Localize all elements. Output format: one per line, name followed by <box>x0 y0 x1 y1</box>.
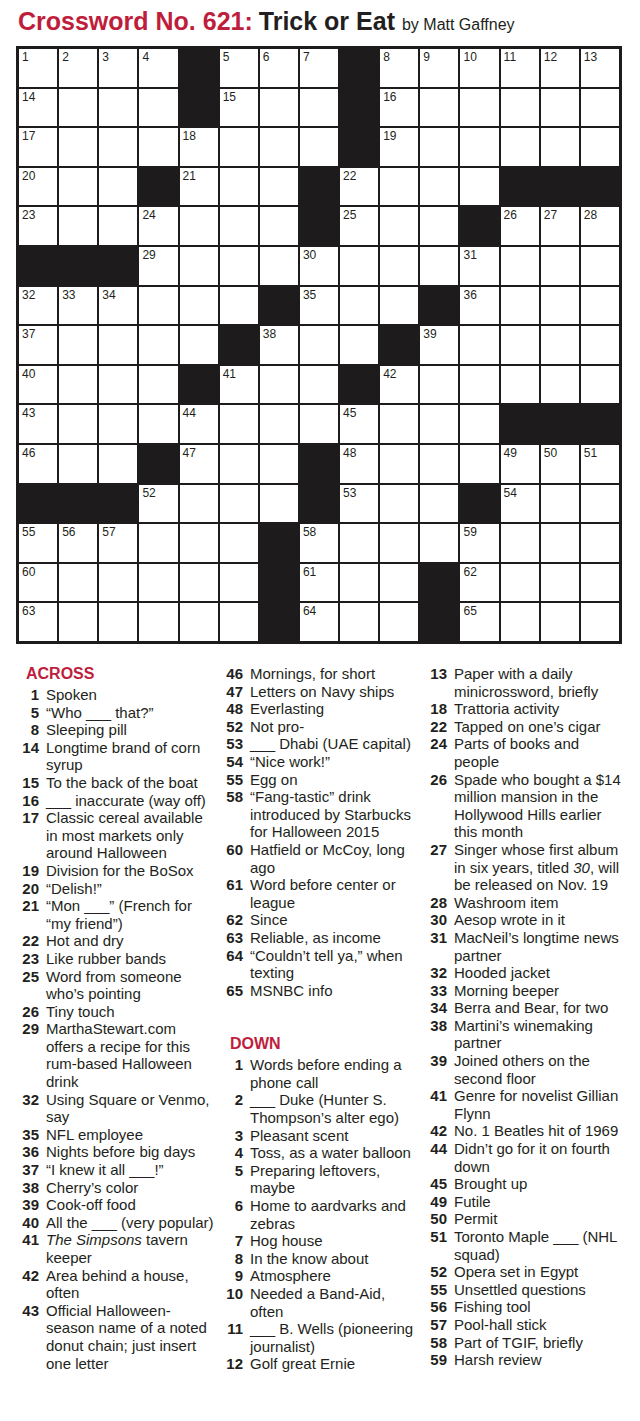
cell-number: 3 <box>102 51 109 63</box>
clue-text: Preparing leftovers, maybe <box>250 1162 421 1197</box>
white-square[interactable]: 17 <box>19 128 57 166</box>
white-square[interactable] <box>180 485 218 523</box>
white-square[interactable]: 5 <box>220 49 258 87</box>
clue-text: Harsh review <box>454 1351 625 1369</box>
white-square[interactable] <box>581 326 619 364</box>
white-square[interactable] <box>99 128 137 166</box>
clue-down-10: 10Needed a Band-Aid, often <box>222 1285 421 1320</box>
clue-number: 47 <box>222 683 243 701</box>
white-square[interactable] <box>501 128 539 166</box>
cell-number: 53 <box>343 487 356 499</box>
clue-text: Golf great Ernie <box>250 1355 421 1373</box>
white-square[interactable] <box>340 564 378 602</box>
white-square[interactable]: 23 <box>19 207 57 245</box>
cell-number: 54 <box>504 487 517 499</box>
white-square[interactable] <box>541 524 579 562</box>
white-square[interactable] <box>59 564 97 602</box>
clue-number: 52 <box>222 718 243 736</box>
clue-across-26: 26Tiny touch <box>18 1003 217 1021</box>
clue-text: Classic cereal available in most markets… <box>46 809 217 862</box>
cell-number: 30 <box>303 249 316 261</box>
black-square <box>340 128 378 166</box>
clue-text: Futile <box>454 1193 625 1211</box>
white-square[interactable] <box>541 485 579 523</box>
white-square[interactable]: 46 <box>19 445 57 483</box>
white-square[interactable]: 16 <box>380 89 418 127</box>
clue-text: Trattoria activity <box>454 700 625 718</box>
white-square[interactable]: 8 <box>380 49 418 87</box>
clue-text: Division for the BoSox <box>46 862 217 880</box>
white-square[interactable] <box>380 207 418 245</box>
white-square[interactable]: 38 <box>260 326 298 364</box>
clue-number: 55 <box>426 1281 447 1299</box>
cell-number: 62 <box>463 566 476 578</box>
white-square[interactable] <box>180 207 218 245</box>
white-square[interactable]: 62 <box>460 564 498 602</box>
white-square[interactable] <box>420 366 458 404</box>
white-square[interactable] <box>220 603 258 641</box>
white-square[interactable]: 35 <box>300 287 338 325</box>
white-square[interactable] <box>541 326 579 364</box>
white-square[interactable] <box>99 445 137 483</box>
white-square[interactable] <box>541 564 579 602</box>
white-square[interactable]: 52 <box>139 485 177 523</box>
white-square[interactable] <box>139 524 177 562</box>
white-square[interactable] <box>380 405 418 443</box>
white-square[interactable]: 7 <box>300 49 338 87</box>
white-square[interactable]: 25 <box>340 207 378 245</box>
white-square[interactable]: 2 <box>59 49 97 87</box>
clue-text: Tapped on one’s cigar <box>454 718 625 736</box>
white-square[interactable]: 42 <box>380 366 418 404</box>
white-square[interactable] <box>581 366 619 404</box>
clue-down-8: 8In the know about <box>222 1250 421 1268</box>
clue-down-28: 28Washroom item <box>426 894 625 912</box>
white-square[interactable] <box>501 564 539 602</box>
clue-text: Toss, as a water balloon <box>250 1144 421 1162</box>
clue-number: 41 <box>426 1087 447 1122</box>
white-square[interactable]: 9 <box>420 49 458 87</box>
white-square[interactable] <box>139 326 177 364</box>
white-square[interactable] <box>581 128 619 166</box>
cell-number: 27 <box>544 209 557 221</box>
clue-text: Letters on Navy ships <box>250 683 421 701</box>
white-square[interactable] <box>220 207 258 245</box>
clue-across-32: 32Using Square or Venmo, say <box>18 1091 217 1126</box>
white-square[interactable] <box>180 247 218 285</box>
clue-across-47: 47Letters on Navy ships <box>222 683 421 701</box>
white-square[interactable] <box>139 564 177 602</box>
clue-number: 15 <box>18 774 39 792</box>
white-square[interactable] <box>380 287 418 325</box>
clue-number: 40 <box>18 1214 39 1232</box>
white-square[interactable] <box>460 366 498 404</box>
white-square[interactable] <box>139 128 177 166</box>
white-square[interactable]: 34 <box>99 287 137 325</box>
cell-number: 40 <box>22 368 35 380</box>
clue-number: 44 <box>426 1140 447 1175</box>
black-square <box>180 89 218 127</box>
white-square[interactable] <box>180 524 218 562</box>
black-square <box>99 485 137 523</box>
white-square[interactable]: 13 <box>581 49 619 87</box>
white-square[interactable]: 3 <box>99 49 137 87</box>
clue-number: 28 <box>426 894 447 912</box>
black-square <box>180 49 218 87</box>
clue-text: Word before center or league <box>250 876 421 911</box>
white-square[interactable] <box>501 247 539 285</box>
clue-across-55: 55Egg on <box>222 771 421 789</box>
white-square[interactable] <box>541 89 579 127</box>
white-square[interactable]: 12 <box>541 49 579 87</box>
white-square[interactable] <box>180 287 218 325</box>
white-square[interactable]: 32 <box>19 287 57 325</box>
white-square[interactable] <box>340 247 378 285</box>
white-square[interactable]: 29 <box>139 247 177 285</box>
white-square[interactable] <box>380 603 418 641</box>
white-square[interactable]: 51 <box>581 445 619 483</box>
white-square[interactable] <box>260 128 298 166</box>
white-square[interactable]: 20 <box>19 168 57 206</box>
black-square <box>541 405 579 443</box>
clue-text: Word from someone who’s pointing <box>46 968 217 1003</box>
white-square[interactable] <box>99 603 137 641</box>
white-square[interactable]: 39 <box>420 326 458 364</box>
white-square[interactable] <box>380 247 418 285</box>
white-square[interactable]: 36 <box>460 287 498 325</box>
white-square[interactable] <box>420 168 458 206</box>
clue-number: 65 <box>222 982 243 1000</box>
white-square[interactable]: 21 <box>180 168 218 206</box>
white-square[interactable]: 65 <box>460 603 498 641</box>
white-square[interactable]: 28 <box>581 207 619 245</box>
white-square[interactable] <box>581 603 619 641</box>
white-square[interactable] <box>59 128 97 166</box>
white-square[interactable] <box>99 326 137 364</box>
white-square[interactable] <box>59 207 97 245</box>
white-square[interactable]: 53 <box>340 485 378 523</box>
white-square[interactable]: 19 <box>380 128 418 166</box>
white-square[interactable]: 30 <box>300 247 338 285</box>
white-square[interactable] <box>300 326 338 364</box>
clue-down-31: 31MacNeil’s longtime news partner <box>426 929 625 964</box>
clue-text: Home to aardvarks and zebras <box>250 1197 421 1232</box>
clue-number: 42 <box>426 1122 447 1140</box>
white-square[interactable] <box>59 603 97 641</box>
white-square[interactable] <box>300 405 338 443</box>
clue-text: The Simpsons tavern keeper <box>46 1231 217 1266</box>
white-square[interactable] <box>220 287 258 325</box>
white-square[interactable] <box>260 247 298 285</box>
white-square[interactable]: 56 <box>59 524 97 562</box>
white-square[interactable] <box>501 287 539 325</box>
white-square[interactable] <box>340 603 378 641</box>
white-square[interactable] <box>220 564 258 602</box>
clue-text: Brought up <box>454 1175 625 1193</box>
white-square[interactable] <box>380 485 418 523</box>
white-square[interactable] <box>99 405 137 443</box>
white-square[interactable] <box>460 89 498 127</box>
white-square[interactable] <box>380 445 418 483</box>
white-square[interactable] <box>220 524 258 562</box>
clue-across-62: 62Since <box>222 911 421 929</box>
clue-number: 5 <box>18 704 39 722</box>
black-square <box>501 405 539 443</box>
white-square[interactable] <box>260 445 298 483</box>
clue-text: Pool-hall stick <box>454 1316 625 1334</box>
white-square[interactable] <box>220 247 258 285</box>
black-square <box>300 485 338 523</box>
black-square <box>420 564 458 602</box>
white-square[interactable]: 54 <box>501 485 539 523</box>
clue-across-61: 61Word before center or league <box>222 876 421 911</box>
white-square[interactable]: 41 <box>220 366 258 404</box>
clue-across-39: 39Cook-off food <box>18 1196 217 1214</box>
white-square[interactable] <box>581 564 619 602</box>
white-square[interactable]: 49 <box>501 445 539 483</box>
white-square[interactable] <box>460 445 498 483</box>
white-square[interactable]: 61 <box>300 564 338 602</box>
white-square[interactable] <box>220 485 258 523</box>
white-square[interactable]: 60 <box>19 564 57 602</box>
clue-number: 49 <box>426 1193 447 1211</box>
clue-across-42: 42Area behind a house, often <box>18 1267 217 1302</box>
white-square[interactable]: 22 <box>340 168 378 206</box>
white-square[interactable]: 58 <box>300 524 338 562</box>
white-square[interactable]: 55 <box>19 524 57 562</box>
clue-text: Words before ending a phone call <box>250 1056 421 1091</box>
white-square[interactable] <box>340 326 378 364</box>
white-square[interactable] <box>139 366 177 404</box>
clue-text: Cook-off food <box>46 1196 217 1214</box>
black-square <box>420 287 458 325</box>
clue-text: Berra and Bear, for two <box>454 999 625 1017</box>
white-square[interactable] <box>220 405 258 443</box>
white-square[interactable]: 57 <box>99 524 137 562</box>
clue-number: 43 <box>18 1302 39 1372</box>
white-square[interactable]: 48 <box>340 445 378 483</box>
white-square[interactable] <box>99 564 137 602</box>
cell-number: 1 <box>22 51 29 63</box>
cell-number: 46 <box>22 447 35 459</box>
white-square[interactable]: 47 <box>180 445 218 483</box>
white-square[interactable] <box>260 89 298 127</box>
white-square[interactable] <box>420 128 458 166</box>
white-square[interactable] <box>300 89 338 127</box>
white-square[interactable] <box>260 485 298 523</box>
white-square[interactable] <box>581 287 619 325</box>
white-square[interactable] <box>501 366 539 404</box>
white-square[interactable] <box>99 366 137 404</box>
white-square[interactable]: 50 <box>541 445 579 483</box>
clue-text: Cherry’s color <box>46 1179 217 1197</box>
white-square[interactable]: 15 <box>220 89 258 127</box>
white-square[interactable] <box>180 326 218 364</box>
clue-text: NFL employee <box>46 1126 217 1144</box>
page-header: Crossword No. 621:Trick or Eatby Matt Ga… <box>0 0 640 39</box>
clue-down-57: 57Pool-hall stick <box>426 1316 625 1334</box>
white-square[interactable] <box>420 89 458 127</box>
clue-number: 41 <box>18 1231 39 1266</box>
clue-number: 20 <box>18 880 39 898</box>
white-square[interactable]: 27 <box>541 207 579 245</box>
white-square[interactable] <box>460 326 498 364</box>
white-square[interactable] <box>260 168 298 206</box>
white-square[interactable]: 31 <box>460 247 498 285</box>
white-square[interactable] <box>139 405 177 443</box>
white-square[interactable] <box>420 247 458 285</box>
white-square[interactable] <box>59 168 97 206</box>
clue-number: 58 <box>222 788 243 841</box>
clue-number: 7 <box>222 1232 243 1250</box>
white-square[interactable] <box>581 89 619 127</box>
white-square[interactable] <box>139 287 177 325</box>
clue-text: ___ B. Wells (pioneering journalist) <box>250 1320 421 1355</box>
clue-text: To the back of the boat <box>46 774 217 792</box>
clue-number: 8 <box>18 721 39 739</box>
clue-text: Reliable, as income <box>250 929 421 947</box>
white-square[interactable]: 10 <box>460 49 498 87</box>
white-square[interactable] <box>139 89 177 127</box>
white-square[interactable] <box>541 128 579 166</box>
clue-across-21: 21“Mon ___” (French for “my friend”) <box>18 897 217 932</box>
white-square[interactable] <box>300 128 338 166</box>
clue-text: “Couldn’t tell ya,” when texting <box>250 947 421 982</box>
white-square[interactable] <box>541 603 579 641</box>
white-square[interactable] <box>420 207 458 245</box>
white-square[interactable]: 43 <box>19 405 57 443</box>
white-square[interactable] <box>59 445 97 483</box>
white-square[interactable]: 40 <box>19 366 57 404</box>
white-square[interactable]: 4 <box>139 49 177 87</box>
white-square[interactable] <box>420 485 458 523</box>
white-square[interactable] <box>260 207 298 245</box>
clue-text: Since <box>250 911 421 929</box>
white-square[interactable] <box>581 524 619 562</box>
white-square[interactable] <box>260 405 298 443</box>
white-square[interactable] <box>59 326 97 364</box>
white-square[interactable]: 33 <box>59 287 97 325</box>
white-square[interactable] <box>59 366 97 404</box>
clue-down-3: 3Pleasant scent <box>222 1127 421 1145</box>
white-square[interactable] <box>501 524 539 562</box>
white-square[interactable] <box>220 128 258 166</box>
white-square[interactable] <box>180 603 218 641</box>
cell-number: 48 <box>343 447 356 459</box>
white-square[interactable] <box>380 524 418 562</box>
white-square[interactable] <box>59 89 97 127</box>
white-square[interactable] <box>139 603 177 641</box>
white-square[interactable] <box>260 366 298 404</box>
clue-text: “I knew it all ___!” <box>46 1161 217 1179</box>
white-square[interactable] <box>420 524 458 562</box>
cell-number: 57 <box>102 526 115 538</box>
white-square[interactable]: 44 <box>180 405 218 443</box>
white-square[interactable] <box>340 524 378 562</box>
white-square[interactable] <box>59 405 97 443</box>
clue-text: Hog house <box>250 1232 421 1250</box>
clue-text: Parts of books and people <box>454 735 625 770</box>
white-square[interactable]: 64 <box>300 603 338 641</box>
white-square[interactable] <box>581 247 619 285</box>
white-square[interactable] <box>220 445 258 483</box>
white-square[interactable] <box>501 603 539 641</box>
clue-down-7: 7Hog house <box>222 1232 421 1250</box>
clue-down-45: 45Brought up <box>426 1175 625 1193</box>
cell-number: 33 <box>62 289 75 301</box>
clue-number: 62 <box>222 911 243 929</box>
white-square[interactable]: 6 <box>260 49 298 87</box>
clue-text: Spade who bought a $14 million mansion i… <box>454 771 625 841</box>
cell-number: 43 <box>22 407 35 419</box>
clue-number: 39 <box>18 1196 39 1214</box>
white-square[interactable] <box>541 247 579 285</box>
clue-number: 32 <box>18 1091 39 1126</box>
white-square[interactable] <box>380 564 418 602</box>
black-square <box>260 603 298 641</box>
white-square[interactable] <box>300 366 338 404</box>
clue-across-35: 35NFL employee <box>18 1126 217 1144</box>
white-square[interactable]: 11 <box>501 49 539 87</box>
white-square[interactable]: 14 <box>19 89 57 127</box>
clue-across-63: 63Reliable, as income <box>222 929 421 947</box>
black-square <box>300 445 338 483</box>
white-square[interactable] <box>99 168 137 206</box>
white-square[interactable] <box>460 128 498 166</box>
clue-down-52: 52Opera set in Egypt <box>426 1263 625 1281</box>
clue-text: No. 1 Beatles hit of 1969 <box>454 1122 625 1140</box>
white-square[interactable] <box>99 89 137 127</box>
white-square[interactable] <box>501 326 539 364</box>
clue-down-1: 1Words before ending a phone call <box>222 1056 421 1091</box>
white-square[interactable] <box>541 366 579 404</box>
white-square[interactable]: 26 <box>501 207 539 245</box>
white-square[interactable]: 18 <box>180 128 218 166</box>
white-square[interactable]: 45 <box>340 405 378 443</box>
white-square[interactable]: 24 <box>139 207 177 245</box>
white-square[interactable]: 63 <box>19 603 57 641</box>
white-square[interactable] <box>180 564 218 602</box>
white-square[interactable] <box>460 168 498 206</box>
black-square <box>581 405 619 443</box>
clue-text: Aesop wrote in it <box>454 911 625 929</box>
white-square[interactable] <box>380 168 418 206</box>
white-square[interactable] <box>99 207 137 245</box>
white-square[interactable] <box>460 405 498 443</box>
white-square[interactable]: 1 <box>19 49 57 87</box>
cell-number: 2 <box>62 51 69 63</box>
clue-down-9: 9Atmosphere <box>222 1267 421 1285</box>
white-square[interactable] <box>220 168 258 206</box>
clue-across-60: 60Hatfield or McCoy, long ago <box>222 841 421 876</box>
white-square[interactable] <box>581 485 619 523</box>
white-square[interactable] <box>420 445 458 483</box>
white-square[interactable] <box>420 405 458 443</box>
clue-text: In the know about <box>250 1250 421 1268</box>
clue-down-2: 2___ Duke (Hunter S. Thompson’s alter eg… <box>222 1091 421 1126</box>
white-square[interactable] <box>340 287 378 325</box>
white-square[interactable]: 37 <box>19 326 57 364</box>
white-square[interactable] <box>501 89 539 127</box>
clue-text: Washroom item <box>454 894 625 912</box>
white-square[interactable]: 59 <box>460 524 498 562</box>
clue-text: Egg on <box>250 771 421 789</box>
cell-number: 8 <box>383 51 390 63</box>
clue-text: Hot and dry <box>46 932 217 950</box>
clue-number: 16 <box>18 792 39 810</box>
black-square <box>541 168 579 206</box>
white-square[interactable] <box>541 287 579 325</box>
